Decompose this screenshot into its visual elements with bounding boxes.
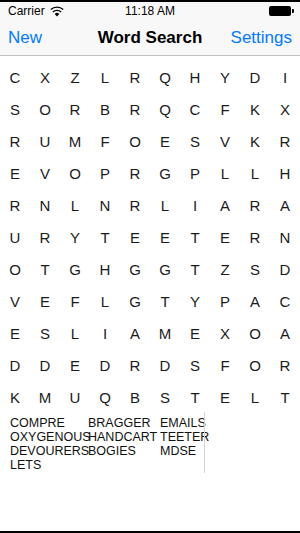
grid-cell-g6[interactable]: T (180, 221, 210, 253)
grid-cell-c11[interactable]: U (60, 381, 90, 413)
status-time: 11:18 AM (0, 4, 300, 18)
grid-cell-c1[interactable]: Z (60, 61, 90, 93)
grid-cell-e3[interactable]: O (120, 125, 150, 157)
grid-cell-h11[interactable]: E (210, 381, 240, 413)
grid-cell-c9[interactable]: L (60, 317, 90, 349)
grid-cell-f2[interactable]: Q (150, 93, 180, 125)
grid-cell-j6[interactable]: N (270, 221, 300, 253)
grid-cell-h4[interactable]: L (210, 157, 240, 189)
grid-cell-a5[interactable]: R (0, 189, 30, 221)
grid-cell-a2[interactable]: S (0, 93, 30, 125)
grid-cell-h9[interactable]: X (210, 317, 240, 349)
grid-cell-d3[interactable]: F (90, 125, 120, 157)
grid-cell-j5[interactable]: A (270, 189, 300, 221)
grid-cell-b4[interactable]: V (30, 157, 60, 189)
grid-cell-a1[interactable]: C (0, 61, 30, 93)
grid-cell-h3[interactable]: V (210, 125, 240, 157)
grid-cell-b5[interactable]: N (30, 189, 60, 221)
grid-cell-e4[interactable]: R (120, 157, 150, 189)
grid-cell-j11[interactable]: T (270, 381, 300, 413)
grid-cell-f6[interactable]: E (150, 221, 180, 253)
grid-cell-i11[interactable]: L (240, 381, 270, 413)
grid-cell-g2[interactable]: C (180, 93, 210, 125)
grid-cell-j10[interactable]: R (270, 349, 300, 381)
grid-cell-b7[interactable]: T (30, 253, 60, 285)
grid-cell-h8[interactable]: P (210, 285, 240, 317)
letter-grid[interactable]: CXZLRQHYDISORBRQCFKXRUMFOESVKREVOPRGPLLH… (0, 61, 300, 413)
grid-cell-h1[interactable]: Y (210, 61, 240, 93)
word-item: COMPRE (10, 416, 88, 430)
grid-cell-e10[interactable]: R (120, 349, 150, 381)
grid-cell-h6[interactable]: E (210, 221, 240, 253)
word-item: DEVOURERS (10, 444, 88, 458)
grid-cell-f7[interactable]: G (150, 253, 180, 285)
grid-cell-e8[interactable]: G (120, 285, 150, 317)
grid-cell-g4[interactable]: P (180, 157, 210, 189)
grid-cell-b11[interactable]: M (30, 381, 60, 413)
grid-cell-c7[interactable]: G (60, 253, 90, 285)
app-screen: Carrier 11:18 AM New Word Search Setting… (0, 0, 300, 533)
grid-cell-d4[interactable]: P (90, 157, 120, 189)
grid-cell-e11[interactable]: B (120, 381, 150, 413)
grid-cell-a4[interactable]: E (0, 157, 30, 189)
grid-cell-d2[interactable]: B (90, 93, 120, 125)
grid-cell-a10[interactable]: D (0, 349, 30, 381)
grid-cell-f11[interactable]: S (150, 381, 180, 413)
grid-cell-d7[interactable]: H (90, 253, 120, 285)
grid-cell-b9[interactable]: S (30, 317, 60, 349)
grid-cell-b8[interactable]: E (30, 285, 60, 317)
grid-cell-f8[interactable]: T (150, 285, 180, 317)
grid-cell-g1[interactable]: H (180, 61, 210, 93)
grid-cell-i7[interactable]: S (240, 253, 270, 285)
grid-cell-c5[interactable]: L (60, 189, 90, 221)
grid-cell-i9[interactable]: O (240, 317, 270, 349)
grid-cell-i2[interactable]: K (240, 93, 270, 125)
grid-cell-h10[interactable]: F (210, 349, 240, 381)
grid-cell-a8[interactable]: V (0, 285, 30, 317)
grid-cell-a3[interactable]: R (0, 125, 30, 157)
grid-cell-e1[interactable]: R (120, 61, 150, 93)
grid-cell-g5[interactable]: I (180, 189, 210, 221)
grid-cell-j2[interactable]: X (270, 93, 300, 125)
grid-cell-g11[interactable]: T (180, 381, 210, 413)
settings-button[interactable]: Settings (231, 28, 292, 48)
grid-cell-g9[interactable]: E (180, 317, 210, 349)
grid-cell-j9[interactable]: A (270, 317, 300, 349)
grid-cell-i4[interactable]: L (240, 157, 270, 189)
grid-cell-e9[interactable]: A (120, 317, 150, 349)
grid-cell-c8[interactable]: F (60, 285, 90, 317)
grid-cell-d5[interactable]: N (90, 189, 120, 221)
grid-cell-j3[interactable]: R (270, 125, 300, 157)
grid-cell-c6[interactable]: Y (60, 221, 90, 253)
grid-cell-g7[interactable]: T (180, 253, 210, 285)
word-list: COMPREOXYGENOUSDEVOURERSLETSBRAGGERHANDC… (0, 416, 300, 472)
word-list-column-2: BRAGGERHANDCARTBOGIES (88, 416, 160, 458)
grid-cell-a6[interactable]: U (0, 221, 30, 253)
grid-cell-d11[interactable]: Q (90, 381, 120, 413)
grid-cell-g8[interactable]: Y (180, 285, 210, 317)
new-button[interactable]: New (8, 28, 42, 48)
word-item: MDSE (160, 444, 205, 458)
grid-cell-a9[interactable]: E (0, 317, 30, 349)
grid-cell-d8[interactable]: L (90, 285, 120, 317)
grid-cell-i6[interactable]: R (240, 221, 270, 253)
grid-cell-i10[interactable]: O (240, 349, 270, 381)
grid-cell-j1[interactable]: I (270, 61, 300, 93)
grid-cell-j8[interactable]: C (270, 285, 300, 317)
grid-cell-b6[interactable]: R (30, 221, 60, 253)
grid-cell-f10[interactable]: D (150, 349, 180, 381)
grid-cell-e5[interactable]: R (120, 189, 150, 221)
grid-cell-f1[interactable]: Q (150, 61, 180, 93)
grid-cell-h7[interactable]: Z (210, 253, 240, 285)
word-item: BOGIES (88, 444, 160, 458)
word-item: HANDCART (88, 430, 160, 444)
word-item: TEETER (160, 430, 205, 444)
grid-cell-a11[interactable]: K (0, 381, 30, 413)
grid-cell-b10[interactable]: D (30, 349, 60, 381)
navigation-bar: New Word Search Settings (0, 20, 300, 56)
grid-cell-h2[interactable]: F (210, 93, 240, 125)
grid-cell-b2[interactable]: O (30, 93, 60, 125)
grid-cell-e7[interactable]: G (120, 253, 150, 285)
grid-cell-e2[interactable]: R (120, 93, 150, 125)
word-item: LETS (10, 458, 88, 472)
grid-cell-i5[interactable]: R (240, 189, 270, 221)
word-item: BRAGGER (88, 416, 160, 430)
grid-cell-g3[interactable]: S (180, 125, 210, 157)
grid-cell-d10[interactable]: D (90, 349, 120, 381)
grid-cell-b1[interactable]: X (30, 61, 60, 93)
grid-cell-d1[interactable]: L (90, 61, 120, 93)
grid-cell-j4[interactable]: H (270, 157, 300, 189)
grid-cell-d6[interactable]: T (90, 221, 120, 253)
grid-cell-a7[interactable]: O (0, 253, 30, 285)
grid-cell-f3[interactable]: E (150, 125, 180, 157)
grid-cell-c10[interactable]: E (60, 349, 90, 381)
word-list-column-1: COMPREOXYGENOUSDEVOURERSLETS (10, 416, 88, 472)
grid-cell-h5[interactable]: A (210, 189, 240, 221)
grid-cell-i8[interactable]: A (240, 285, 270, 317)
word-list-column-3: EMAILSTEETERMDSE (160, 416, 205, 458)
grid-cell-g10[interactable]: S (180, 349, 210, 381)
grid-cell-f4[interactable]: G (150, 157, 180, 189)
grid-cell-f5[interactable]: L (150, 189, 180, 221)
grid-cell-f9[interactable]: M (150, 317, 180, 349)
grid-cell-j7[interactable]: D (270, 253, 300, 285)
grid-cell-i3[interactable]: K (240, 125, 270, 157)
battery-icon (269, 6, 291, 16)
grid-cell-c4[interactable]: O (60, 157, 90, 189)
word-list-divider (204, 412, 205, 473)
status-bar: Carrier 11:18 AM (0, 2, 300, 20)
grid-cell-b3[interactable]: U (30, 125, 60, 157)
grid-cell-i1[interactable]: D (240, 61, 270, 93)
word-item: OXYGENOUS (10, 430, 88, 444)
grid-cell-c3[interactable]: M (60, 125, 90, 157)
grid-cell-e6[interactable]: E (120, 221, 150, 253)
grid-cell-c2[interactable]: R (60, 93, 90, 125)
grid-cell-d9[interactable]: I (90, 317, 120, 349)
word-item: EMAILS (160, 416, 205, 430)
